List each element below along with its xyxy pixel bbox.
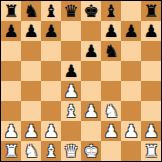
square-a6[interactable] [1,41,21,61]
square-f4[interactable] [101,81,121,101]
square-h1[interactable]: ♜ [141,141,161,161]
piece-white-pawn-d4[interactable]: ♟ [61,81,81,101]
square-c5[interactable] [41,61,61,81]
piece-white-pawn-f2[interactable]: ♟ [101,121,121,141]
square-a2[interactable]: ♟ [1,121,21,141]
square-f5[interactable] [101,61,121,81]
piece-white-pawn-e3[interactable]: ♟ [81,101,101,121]
square-c6[interactable] [41,41,61,61]
square-f1[interactable] [101,141,121,161]
square-a3[interactable] [1,101,21,121]
piece-black-king-e8[interactable]: ♚ [81,1,101,21]
piece-black-pawn-b7[interactable]: ♟ [21,21,41,41]
square-a7[interactable]: ♟ [1,21,21,41]
square-b1[interactable]: ♞ [21,141,41,161]
square-b2[interactable]: ♟ [21,121,41,141]
piece-black-pawn-h7[interactable]: ♟ [141,21,161,41]
piece-black-knight-b8[interactable]: ♞ [21,1,41,21]
square-h3[interactable] [141,101,161,121]
chess-board: ♜♞♝♛♚♝♜♟♟♟♟♟♟♟♞♟♟♝♟♞♟♟♟♟♟♟♜♞♝♛♚♜ [1,1,161,161]
piece-black-pawn-f7[interactable]: ♟ [101,21,121,41]
piece-white-pawn-b2[interactable]: ♟ [21,121,41,141]
square-b3[interactable] [21,101,41,121]
square-d7[interactable] [61,21,81,41]
square-e4[interactable] [81,81,101,101]
piece-black-knight-f6[interactable]: ♞ [101,41,121,61]
piece-white-pawn-a2[interactable]: ♟ [1,121,21,141]
square-a4[interactable] [1,81,21,101]
square-h5[interactable] [141,61,161,81]
piece-white-queen-d1[interactable]: ♛ [61,141,81,161]
square-e1[interactable]: ♚ [81,141,101,161]
square-g4[interactable] [121,81,141,101]
square-c1[interactable]: ♝ [41,141,61,161]
square-e6[interactable]: ♟ [81,41,101,61]
piece-black-bishop-f8[interactable]: ♝ [101,1,121,21]
piece-white-king-e1[interactable]: ♚ [81,141,101,161]
piece-white-knight-f3[interactable]: ♞ [101,101,121,121]
square-d5[interactable]: ♟ [61,61,81,81]
square-h4[interactable] [141,81,161,101]
piece-white-bishop-d3[interactable]: ♝ [61,101,81,121]
square-a5[interactable] [1,61,21,81]
square-f3[interactable]: ♞ [101,101,121,121]
square-a8[interactable]: ♜ [1,1,21,21]
square-e7[interactable] [81,21,101,41]
square-g7[interactable]: ♟ [121,21,141,41]
square-d6[interactable] [61,41,81,61]
piece-black-bishop-c8[interactable]: ♝ [41,1,61,21]
square-c4[interactable] [41,81,61,101]
square-b6[interactable] [21,41,41,61]
square-d1[interactable]: ♛ [61,141,81,161]
square-g1[interactable] [121,141,141,161]
square-h6[interactable] [141,41,161,61]
square-d8[interactable]: ♛ [61,1,81,21]
square-b8[interactable]: ♞ [21,1,41,21]
piece-white-pawn-g2[interactable]: ♟ [121,121,141,141]
square-b7[interactable]: ♟ [21,21,41,41]
square-e2[interactable] [81,121,101,141]
piece-black-rook-a8[interactable]: ♜ [1,1,21,21]
piece-black-rook-h8[interactable]: ♜ [141,1,161,21]
square-h7[interactable]: ♟ [141,21,161,41]
square-b4[interactable] [21,81,41,101]
square-g6[interactable] [121,41,141,61]
piece-black-pawn-c7[interactable]: ♟ [41,21,61,41]
square-e5[interactable] [81,61,101,81]
square-f6[interactable]: ♞ [101,41,121,61]
square-c2[interactable]: ♟ [41,121,61,141]
square-c8[interactable]: ♝ [41,1,61,21]
square-g5[interactable] [121,61,141,81]
square-h8[interactable]: ♜ [141,1,161,21]
piece-black-pawn-e6[interactable]: ♟ [81,41,101,61]
chess-board-frame: ♜♞♝♛♚♝♜♟♟♟♟♟♟♟♞♟♟♝♟♞♟♟♟♟♟♟♜♞♝♛♚♜ [0,0,162,162]
square-d3[interactable]: ♝ [61,101,81,121]
square-f7[interactable]: ♟ [101,21,121,41]
piece-black-pawn-a7[interactable]: ♟ [1,21,21,41]
piece-white-pawn-h2[interactable]: ♟ [141,121,161,141]
square-f2[interactable]: ♟ [101,121,121,141]
square-e8[interactable]: ♚ [81,1,101,21]
piece-white-bishop-c1[interactable]: ♝ [41,141,61,161]
square-h2[interactable]: ♟ [141,121,161,141]
square-a1[interactable]: ♜ [1,141,21,161]
square-g2[interactable]: ♟ [121,121,141,141]
piece-white-rook-a1[interactable]: ♜ [1,141,21,161]
square-e3[interactable]: ♟ [81,101,101,121]
piece-black-pawn-g7[interactable]: ♟ [121,21,141,41]
square-d4[interactable]: ♟ [61,81,81,101]
piece-white-knight-b1[interactable]: ♞ [21,141,41,161]
square-d2[interactable] [61,121,81,141]
square-b5[interactable] [21,61,41,81]
square-g3[interactable] [121,101,141,121]
square-f8[interactable]: ♝ [101,1,121,21]
piece-white-pawn-c2[interactable]: ♟ [41,121,61,141]
piece-white-rook-h1[interactable]: ♜ [141,141,161,161]
piece-black-pawn-d5[interactable]: ♟ [61,61,81,81]
piece-black-queen-d8[interactable]: ♛ [61,1,81,21]
square-c7[interactable]: ♟ [41,21,61,41]
square-g8[interactable] [121,1,141,21]
square-c3[interactable] [41,101,61,121]
